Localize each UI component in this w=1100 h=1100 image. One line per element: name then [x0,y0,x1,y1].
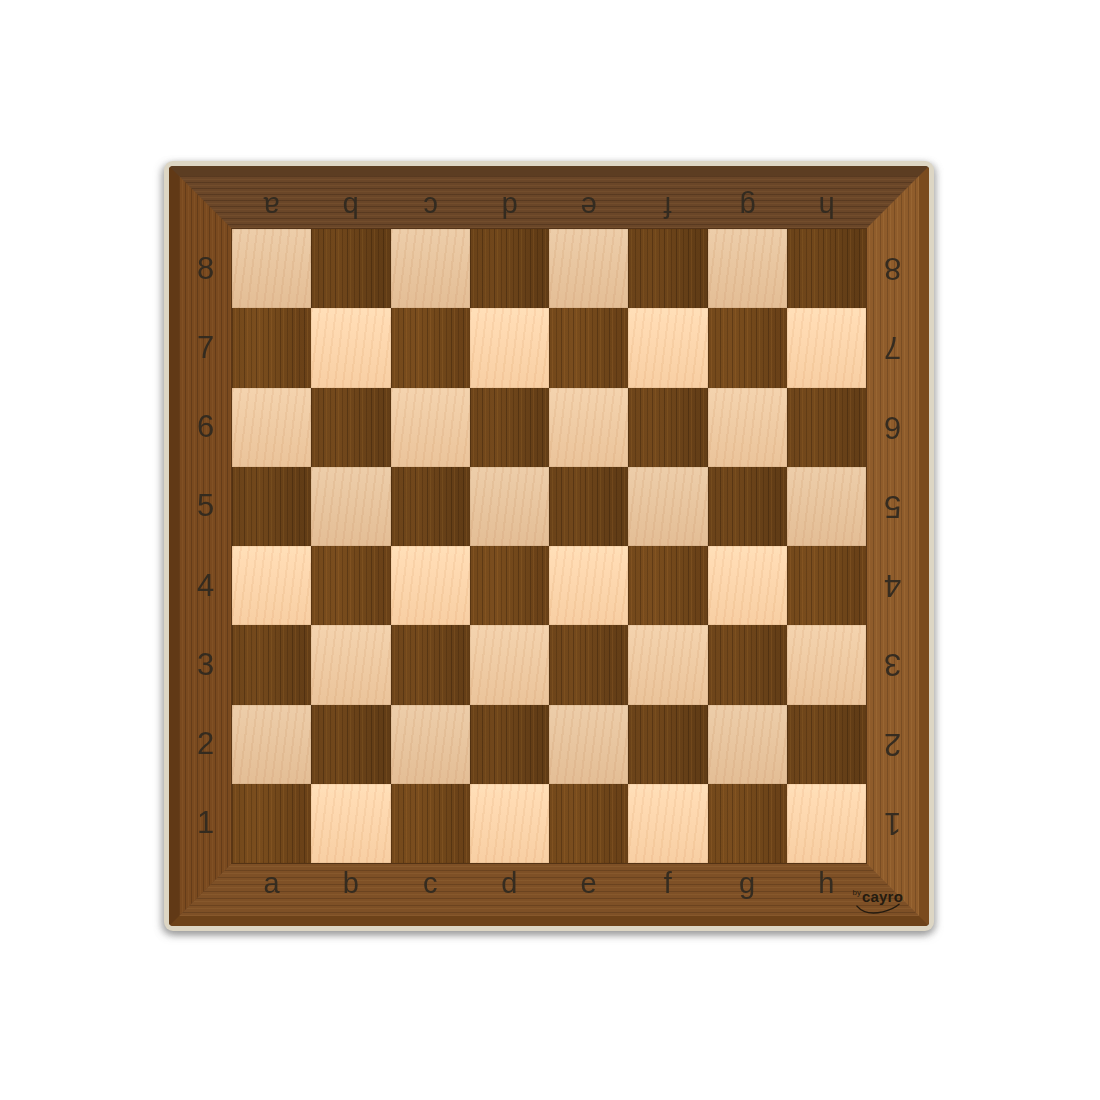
square-f1[interactable] [628,784,707,863]
board-grid [232,229,866,863]
square-e7[interactable] [549,308,628,387]
square-e8[interactable] [549,229,628,308]
rank-label-right-4: 4 [866,546,919,625]
square-c4[interactable] [391,546,470,625]
square-h5[interactable] [787,467,866,546]
square-d1[interactable] [470,784,549,863]
square-d6[interactable] [470,388,549,467]
square-a6[interactable] [232,388,311,467]
square-h4[interactable] [787,546,866,625]
square-b3[interactable] [311,625,390,704]
square-b5[interactable] [311,467,390,546]
file-label-top-d: d [470,180,549,233]
square-c1[interactable] [391,784,470,863]
square-f2[interactable] [628,705,707,784]
square-e3[interactable] [549,625,628,704]
square-g3[interactable] [708,625,787,704]
file-label-bottom-b: b [311,857,390,910]
square-h7[interactable] [787,308,866,387]
square-e5[interactable] [549,467,628,546]
square-g7[interactable] [708,308,787,387]
file-label-bottom-c: c [391,857,470,910]
file-label-top-b: b [311,180,390,233]
rank-label-left-5: 5 [179,467,232,546]
square-h8[interactable] [787,229,866,308]
square-f5[interactable] [628,467,707,546]
rank-label-right-6: 6 [866,388,919,467]
square-e4[interactable] [549,546,628,625]
file-labels-bottom: abcdefgh [232,863,866,916]
square-g1[interactable] [708,784,787,863]
square-g5[interactable] [708,467,787,546]
file-label-bottom-a: a [232,857,311,910]
square-e1[interactable] [549,784,628,863]
rank-labels-right: 87654321 [866,229,919,863]
rank-label-left-2: 2 [179,705,232,784]
rank-label-left-6: 6 [179,388,232,467]
square-g4[interactable] [708,546,787,625]
square-h2[interactable] [787,705,866,784]
square-d8[interactable] [470,229,549,308]
brand-name: cayro [862,888,903,905]
square-b6[interactable] [311,388,390,467]
square-f4[interactable] [628,546,707,625]
rank-label-left-1: 1 [179,784,232,863]
file-labels-top: abcdefgh [232,176,866,229]
square-f7[interactable] [628,308,707,387]
square-d4[interactable] [470,546,549,625]
square-d2[interactable] [470,705,549,784]
square-h6[interactable] [787,388,866,467]
square-h3[interactable] [787,625,866,704]
square-d5[interactable] [470,467,549,546]
square-f6[interactable] [628,388,707,467]
square-b4[interactable] [311,546,390,625]
file-label-top-g: g [708,180,787,233]
square-f8[interactable] [628,229,707,308]
square-a5[interactable] [232,467,311,546]
rank-label-left-8: 8 [179,229,232,308]
square-g6[interactable] [708,388,787,467]
chess-board: abcdefgh abcdefgh 87654321 87654321 byca… [164,161,934,931]
rank-label-right-1: 1 [866,784,919,863]
file-label-top-h: h [787,180,866,233]
square-d3[interactable] [470,625,549,704]
square-b7[interactable] [311,308,390,387]
square-g8[interactable] [708,229,787,308]
square-c8[interactable] [391,229,470,308]
square-d7[interactable] [470,308,549,387]
rank-label-right-8: 8 [866,229,919,308]
square-c2[interactable] [391,705,470,784]
file-label-top-f: f [628,180,707,233]
square-c3[interactable] [391,625,470,704]
rank-label-right-2: 2 [866,705,919,784]
rank-label-left-4: 4 [179,546,232,625]
square-a8[interactable] [232,229,311,308]
square-a4[interactable] [232,546,311,625]
square-a3[interactable] [232,625,311,704]
square-h1[interactable] [787,784,866,863]
brand-logo: bycayro [853,889,903,915]
square-b2[interactable] [311,705,390,784]
square-b8[interactable] [311,229,390,308]
page-background: abcdefgh abcdefgh 87654321 87654321 byca… [0,0,1100,1100]
rank-label-right-5: 5 [866,467,919,546]
square-c5[interactable] [391,467,470,546]
square-a2[interactable] [232,705,311,784]
square-a7[interactable] [232,308,311,387]
rank-label-left-3: 3 [179,625,232,704]
square-e2[interactable] [549,705,628,784]
square-f3[interactable] [628,625,707,704]
file-label-bottom-f: f [628,857,707,910]
file-label-top-a: a [232,180,311,233]
file-label-top-c: c [391,180,470,233]
file-label-bottom-g: g [708,857,787,910]
rank-label-right-3: 3 [866,625,919,704]
square-a1[interactable] [232,784,311,863]
square-c7[interactable] [391,308,470,387]
file-label-bottom-d: d [470,857,549,910]
square-g2[interactable] [708,705,787,784]
rank-label-right-7: 7 [866,308,919,387]
file-label-bottom-e: e [549,857,628,910]
brand-by: by [853,888,861,897]
rank-label-left-7: 7 [179,308,232,387]
board-wood: abcdefgh abcdefgh 87654321 87654321 byca… [169,166,929,926]
square-c6[interactable] [391,388,470,467]
rank-labels-left: 87654321 [179,229,232,863]
square-e6[interactable] [549,388,628,467]
file-label-top-e: e [549,180,628,233]
square-b1[interactable] [311,784,390,863]
